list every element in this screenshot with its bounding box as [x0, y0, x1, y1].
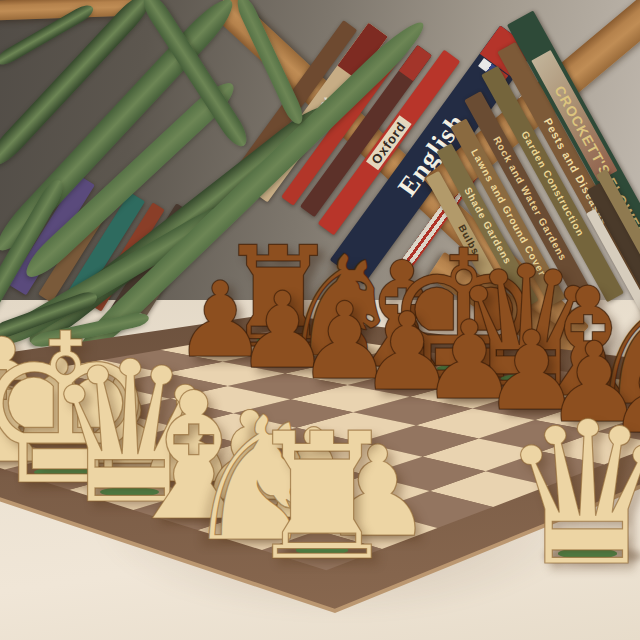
a1-white-rook: ♜ — [243, 410, 400, 585]
spare-white-queen: ♛ — [499, 395, 640, 593]
scene: A BoatOxfordEnglish BulbsShade GardensLa… — [0, 0, 640, 640]
